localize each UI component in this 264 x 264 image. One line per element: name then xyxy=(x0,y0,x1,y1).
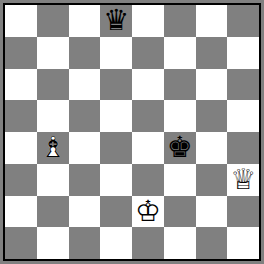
square-g8[interactable] xyxy=(196,5,228,37)
square-e4[interactable] xyxy=(132,132,164,164)
square-g3[interactable] xyxy=(196,164,228,196)
square-c1[interactable] xyxy=(69,227,101,259)
square-d2[interactable] xyxy=(100,196,132,228)
square-d5[interactable] xyxy=(100,100,132,132)
square-c5[interactable] xyxy=(69,100,101,132)
square-e1[interactable] xyxy=(132,227,164,259)
square-h1[interactable] xyxy=(227,227,259,259)
square-h7[interactable] xyxy=(227,37,259,69)
square-d4[interactable] xyxy=(100,132,132,164)
square-b2[interactable] xyxy=(37,196,69,228)
square-h4[interactable] xyxy=(227,132,259,164)
square-f5[interactable] xyxy=(164,100,196,132)
square-c8[interactable] xyxy=(69,5,101,37)
square-a2[interactable] xyxy=(5,196,37,228)
black-king-f4[interactable]: ♚ xyxy=(164,132,196,164)
square-f1[interactable] xyxy=(164,227,196,259)
square-f2[interactable] xyxy=(164,196,196,228)
square-a4[interactable] xyxy=(5,132,37,164)
square-f3[interactable] xyxy=(164,164,196,196)
square-g2[interactable] xyxy=(196,196,228,228)
square-c7[interactable] xyxy=(69,37,101,69)
square-a6[interactable] xyxy=(5,69,37,101)
square-g1[interactable] xyxy=(196,227,228,259)
square-e3[interactable] xyxy=(132,164,164,196)
square-h2[interactable] xyxy=(227,196,259,228)
square-e6[interactable] xyxy=(132,69,164,101)
square-g5[interactable] xyxy=(196,100,228,132)
square-b7[interactable] xyxy=(37,37,69,69)
square-a3[interactable] xyxy=(5,164,37,196)
square-d6[interactable] xyxy=(100,69,132,101)
square-d7[interactable] xyxy=(100,37,132,69)
square-f8[interactable] xyxy=(164,5,196,37)
white-queen-h3[interactable]: ♕ xyxy=(227,164,259,196)
square-d1[interactable] xyxy=(100,227,132,259)
square-c4[interactable] xyxy=(69,132,101,164)
square-e5[interactable] xyxy=(132,100,164,132)
square-d3[interactable] xyxy=(100,164,132,196)
square-e7[interactable] xyxy=(132,37,164,69)
square-d8[interactable]: ♛ xyxy=(100,5,132,37)
square-b5[interactable] xyxy=(37,100,69,132)
square-f6[interactable] xyxy=(164,69,196,101)
square-a8[interactable] xyxy=(5,5,37,37)
square-h3[interactable]: ♛♕ xyxy=(227,164,259,196)
black-queen-d8[interactable]: ♛ xyxy=(100,5,132,37)
chess-board: ♛♝♗♚♛♕♚♔ xyxy=(5,5,259,259)
white-king-e2[interactable]: ♔ xyxy=(132,196,164,228)
square-g7[interactable] xyxy=(196,37,228,69)
square-f7[interactable] xyxy=(164,37,196,69)
white-bishop-b4[interactable]: ♗ xyxy=(37,132,69,164)
square-a5[interactable] xyxy=(5,100,37,132)
square-g6[interactable] xyxy=(196,69,228,101)
square-b6[interactable] xyxy=(37,69,69,101)
square-h8[interactable] xyxy=(227,5,259,37)
square-f4[interactable]: ♚ xyxy=(164,132,196,164)
square-a1[interactable] xyxy=(5,227,37,259)
square-c2[interactable] xyxy=(69,196,101,228)
chess-diagram-window: ♛♝♗♚♛♕♚♔ xyxy=(0,0,264,264)
square-a7[interactable] xyxy=(5,37,37,69)
square-c6[interactable] xyxy=(69,69,101,101)
square-e2[interactable]: ♚♔ xyxy=(132,196,164,228)
board-frame: ♛♝♗♚♛♕♚♔ xyxy=(3,3,261,261)
square-h5[interactable] xyxy=(227,100,259,132)
square-b1[interactable] xyxy=(37,227,69,259)
square-b4[interactable]: ♝♗ xyxy=(37,132,69,164)
square-e8[interactable] xyxy=(132,5,164,37)
square-h6[interactable] xyxy=(227,69,259,101)
square-b8[interactable] xyxy=(37,5,69,37)
square-c3[interactable] xyxy=(69,164,101,196)
square-g4[interactable] xyxy=(196,132,228,164)
square-b3[interactable] xyxy=(37,164,69,196)
